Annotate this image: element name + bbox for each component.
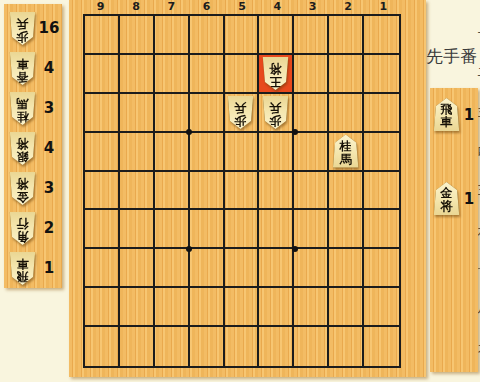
square-2-8[interactable]: [329, 288, 364, 327]
square-2-6[interactable]: [329, 210, 364, 249]
square-9-8[interactable]: [85, 288, 120, 327]
square-8-8[interactable]: [120, 288, 155, 327]
square-1-5[interactable]: [364, 172, 399, 211]
gote-piece-hand-銀将[interactable]: 銀将: [9, 132, 36, 165]
file-labels: 987654321: [83, 0, 401, 14]
sente-piece-桂馬-24[interactable]: 桂馬: [332, 135, 359, 168]
gote-hand-item: 銀将4: [4, 128, 62, 168]
square-1-2[interactable]: [364, 55, 399, 94]
square-2-9[interactable]: [329, 327, 364, 366]
square-8-1[interactable]: [120, 16, 155, 55]
square-5-6[interactable]: [225, 210, 260, 249]
gote-hand-count: 3: [36, 179, 62, 197]
square-8-3[interactable]: [120, 94, 155, 133]
square-9-4[interactable]: [85, 133, 120, 172]
square-5-1[interactable]: [225, 16, 260, 55]
turn-indicator: 先手番: [423, 45, 480, 68]
square-5-7[interactable]: [225, 249, 260, 288]
gote-piece-歩兵-53[interactable]: 歩兵: [227, 96, 254, 129]
square-6-2[interactable]: [190, 55, 225, 94]
hoshi-dot: [186, 246, 192, 252]
square-8-2[interactable]: [120, 55, 155, 94]
square-7-6[interactable]: [155, 210, 190, 249]
square-7-2[interactable]: [155, 55, 190, 94]
gote-hand-item: 桂馬3: [4, 88, 62, 128]
gote-piece-歩兵-43[interactable]: 歩兵: [262, 96, 289, 129]
file-label-3: 3: [295, 0, 330, 14]
file-label-9: 9: [83, 0, 118, 14]
file-label-8: 8: [118, 0, 153, 14]
gote-piece-hand-飛車[interactable]: 飛車: [9, 252, 36, 285]
gote-hand-count: 2: [36, 219, 62, 237]
square-1-7[interactable]: [364, 249, 399, 288]
square-7-7[interactable]: [155, 249, 190, 288]
file-label-5: 5: [224, 0, 259, 14]
gote-hand-panel: 歩兵16香車4桂馬3銀将4金将3角行2飛車1: [4, 4, 62, 288]
square-1-9[interactable]: [364, 327, 399, 366]
square-1-3[interactable]: [364, 94, 399, 133]
square-3-4[interactable]: [294, 133, 329, 172]
square-4-8[interactable]: [259, 288, 294, 327]
gote-hand-item: 歩兵16: [4, 8, 62, 48]
square-9-7[interactable]: [85, 249, 120, 288]
square-6-4[interactable]: [190, 133, 225, 172]
gote-hand-count: 4: [36, 59, 62, 77]
square-4-1[interactable]: [259, 16, 294, 55]
square-6-1[interactable]: [190, 16, 225, 55]
square-7-1[interactable]: [155, 16, 190, 55]
file-label-7: 7: [154, 0, 189, 14]
square-1-1[interactable]: [364, 16, 399, 55]
gote-piece-hand-桂馬[interactable]: 桂馬: [9, 92, 36, 125]
sente-hand-count: 1: [460, 106, 478, 124]
square-3-2[interactable]: [294, 55, 329, 94]
square-3-8[interactable]: [294, 288, 329, 327]
sente-piece-hand-飛車[interactable]: 飛車: [433, 98, 460, 131]
square-8-4[interactable]: [120, 133, 155, 172]
square-8-6[interactable]: [120, 210, 155, 249]
square-6-5[interactable]: [190, 172, 225, 211]
board-grid: 王将歩兵歩兵桂馬: [83, 14, 401, 368]
square-6-6[interactable]: [190, 210, 225, 249]
square-8-7[interactable]: [120, 249, 155, 288]
square-9-1[interactable]: [85, 16, 120, 55]
square-2-1[interactable]: [329, 16, 364, 55]
square-2-3[interactable]: [329, 94, 364, 133]
file-label-1: 1: [366, 0, 401, 14]
square-9-6[interactable]: [85, 210, 120, 249]
gote-hand-item: 飛車1: [4, 248, 62, 288]
square-6-3[interactable]: [190, 94, 225, 133]
square-9-5[interactable]: [85, 172, 120, 211]
square-4-3[interactable]: 歩兵: [259, 94, 294, 133]
square-2-4[interactable]: 桂馬: [329, 133, 364, 172]
gote-piece-hand-歩兵[interactable]: 歩兵: [9, 12, 36, 45]
square-6-9[interactable]: [190, 327, 225, 366]
square-4-7[interactable]: [259, 249, 294, 288]
gote-hand-item: 角行2: [4, 208, 62, 248]
square-6-7[interactable]: [190, 249, 225, 288]
square-4-6[interactable]: [259, 210, 294, 249]
square-3-1[interactable]: [294, 16, 329, 55]
square-1-6[interactable]: [364, 210, 399, 249]
square-5-9[interactable]: [225, 327, 260, 366]
square-9-2[interactable]: [85, 55, 120, 94]
square-8-9[interactable]: [120, 327, 155, 366]
square-4-9[interactable]: [259, 327, 294, 366]
gote-hand-count: 3: [36, 99, 62, 117]
square-5-4[interactable]: [225, 133, 260, 172]
gote-hand-count: 1: [36, 259, 62, 277]
gote-piece-王将-42[interactable]: 王将: [262, 57, 289, 90]
square-7-5[interactable]: [155, 172, 190, 211]
gote-hand-count: 16: [36, 19, 62, 37]
square-4-5[interactable]: [259, 172, 294, 211]
square-4-2[interactable]: 王将: [259, 55, 294, 94]
sente-piece-hand-金将[interactable]: 金将: [433, 182, 460, 215]
file-label-4: 4: [260, 0, 295, 14]
hoshi-dot: [292, 246, 298, 252]
square-3-7[interactable]: [294, 249, 329, 288]
gote-piece-hand-角行[interactable]: 角行: [9, 212, 36, 245]
square-5-3[interactable]: 歩兵: [225, 94, 260, 133]
square-9-3[interactable]: [85, 94, 120, 133]
sente-hand-panel: 飛車1金将1: [430, 88, 478, 372]
square-3-3[interactable]: [294, 94, 329, 133]
square-5-5[interactable]: [225, 172, 260, 211]
hoshi-dot: [186, 129, 192, 135]
square-1-4[interactable]: [364, 133, 399, 172]
hoshi-dot: [292, 129, 298, 135]
square-7-9[interactable]: [155, 327, 190, 366]
gote-hand-item: 香車4: [4, 48, 62, 88]
square-4-4[interactable]: [259, 133, 294, 172]
square-3-6[interactable]: [294, 210, 329, 249]
square-9-9[interactable]: [85, 327, 120, 366]
square-7-4[interactable]: [155, 133, 190, 172]
square-2-2[interactable]: [329, 55, 364, 94]
sente-hand-count: 1: [460, 190, 478, 208]
square-5-8[interactable]: [225, 288, 260, 327]
file-label-2: 2: [330, 0, 365, 14]
gote-piece-hand-金将[interactable]: 金将: [9, 172, 36, 205]
square-3-9[interactable]: [294, 327, 329, 366]
square-6-8[interactable]: [190, 288, 225, 327]
square-8-5[interactable]: [120, 172, 155, 211]
square-7-3[interactable]: [155, 94, 190, 133]
square-1-8[interactable]: [364, 288, 399, 327]
square-2-7[interactable]: [329, 249, 364, 288]
square-2-5[interactable]: [329, 172, 364, 211]
gote-hand-item: 金将3: [4, 168, 62, 208]
square-7-8[interactable]: [155, 288, 190, 327]
sente-hand-item: 金将1: [430, 178, 478, 262]
square-3-5[interactable]: [294, 172, 329, 211]
shogi-board: 987654321 一二三四五六七八九 王将歩兵歩兵桂馬: [69, 0, 426, 377]
square-5-2[interactable]: [225, 55, 260, 94]
sente-hand-item: 飛車1: [430, 94, 478, 178]
file-label-6: 6: [189, 0, 224, 14]
gote-hand-count: 4: [36, 139, 62, 157]
gote-piece-hand-香車[interactable]: 香車: [9, 52, 36, 85]
